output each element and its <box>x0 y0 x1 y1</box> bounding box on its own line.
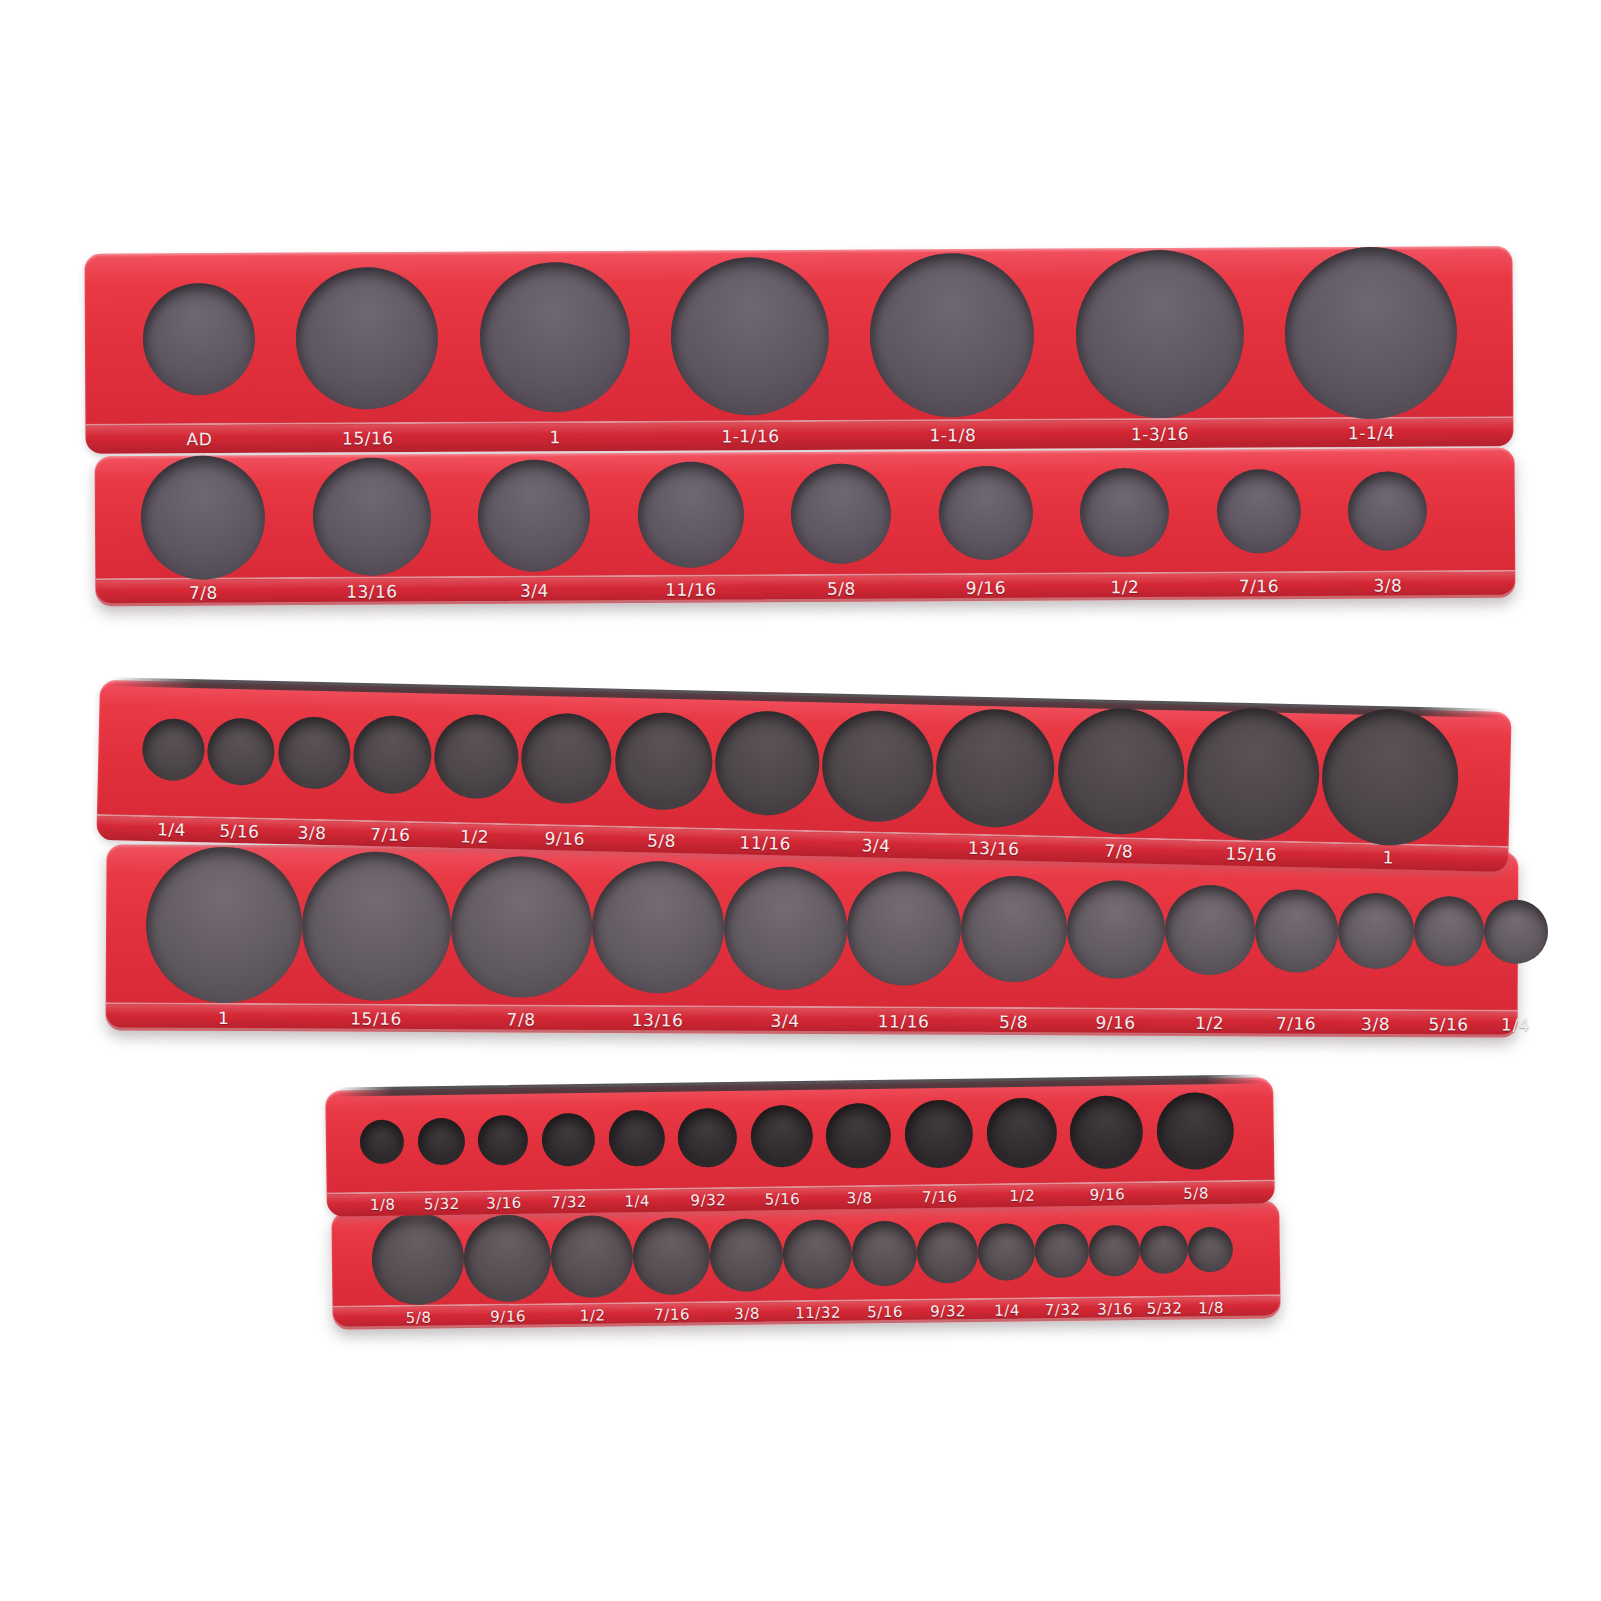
size-label: 1/8 <box>1198 1299 1224 1317</box>
socket-slot: 1-1/4 <box>1284 247 1457 420</box>
size-label: 7/16 <box>370 825 411 844</box>
size-label: 1/2 <box>1110 578 1139 596</box>
socket-slot: 1 <box>1321 708 1460 847</box>
socket-slot: 1/4 <box>141 681 206 818</box>
size-label: 1 <box>1382 848 1394 866</box>
socket-slot: 5/8 <box>371 1210 464 1307</box>
socket-slot: 1/2 <box>433 688 520 826</box>
socket-slot: 1-1/16 <box>670 250 829 423</box>
socket-slot: 9/16 <box>938 451 1033 576</box>
socket-hole-5-16 <box>851 1220 917 1286</box>
socket-hole-7-8 <box>1056 707 1185 836</box>
socket-hole-11-16 <box>714 710 820 816</box>
socket-slot: 5/16 <box>750 1084 813 1189</box>
size-label: 3/8 <box>847 1189 873 1207</box>
socket-tray-small-bottom-row: 5/89/161/27/163/811/325/169/321/47/323/1… <box>331 1200 1280 1330</box>
size-label: 5/16 <box>765 1190 801 1208</box>
socket-tray-large-top-row: AD15/1611-1/161-1/81-3/161-1/4 <box>84 246 1513 453</box>
socket-hole-5-8 <box>961 876 1068 983</box>
socket-slot: 7/32 <box>1034 1203 1089 1300</box>
size-label: 15/16 <box>350 1010 402 1028</box>
socket-slot: 5/16 <box>851 1205 917 1302</box>
socket-hole-7-16 <box>904 1100 973 1169</box>
socket-hole-3-4 <box>724 866 848 990</box>
socket-slot: 1/2 <box>550 1208 633 1305</box>
socket-hole-7-16 <box>352 715 432 795</box>
socket-hole-1-4 <box>142 718 205 781</box>
socket-slot: 3/8 <box>709 1206 783 1303</box>
socket-slot: 1/2 <box>1080 450 1170 575</box>
size-label: 9/16 <box>966 579 1006 597</box>
size-label: 5/8 <box>406 1309 432 1327</box>
size-label: 13/16 <box>632 1011 684 1029</box>
socket-slot: 3/8 <box>825 1083 891 1188</box>
socket-slot: 1/8 <box>359 1090 404 1195</box>
size-label: 13/16 <box>346 582 398 600</box>
socket-slot: 13/16 <box>312 454 431 579</box>
socket-hole-5-16 <box>1414 896 1484 966</box>
socket-slot: 5/8 <box>1156 1078 1234 1183</box>
socket-hole-5-8 <box>1156 1091 1234 1169</box>
socket-hole-1-4 <box>978 1223 1036 1281</box>
socket-hole-1-3-16 <box>1075 250 1244 419</box>
size-label: 1-1/8 <box>929 426 976 444</box>
size-label: 1 <box>218 1009 229 1027</box>
size-label: 1-1/4 <box>1348 424 1395 442</box>
socket-slot: 15/16 <box>302 845 452 1006</box>
socket-hole-1-2 <box>1165 885 1255 975</box>
socket-tray-large-bottom-row: 7/813/163/411/165/89/161/27/163/8 <box>95 448 1516 607</box>
socket-slot: 15/16 <box>1185 705 1320 844</box>
socket-hole-9-32 <box>678 1107 738 1167</box>
size-label: 5/16 <box>219 822 260 841</box>
socket-hole-13-16 <box>935 708 1056 829</box>
socket-slot: 5/16 <box>1414 851 1485 1011</box>
socket-hole-9-16 <box>938 466 1033 561</box>
socket-tray-medium-top-row: 1/45/163/87/161/29/165/811/163/413/167/8… <box>96 680 1511 872</box>
socket-slot: 3/8 <box>1348 448 1428 572</box>
socket-hole-7-8 <box>451 856 593 998</box>
socket-hole-1 <box>1321 708 1460 847</box>
size-label: 7/16 <box>1239 577 1279 595</box>
socket-hole-1-1-8 <box>870 253 1035 418</box>
socket-hole-7-32 <box>541 1112 595 1166</box>
socket-hole-5-16 <box>207 717 276 786</box>
socket-hole-1-2 <box>550 1215 633 1298</box>
socket-hole-7-16 <box>1255 889 1338 972</box>
size-label: 7/8 <box>189 584 218 602</box>
size-label: 1/4 <box>1501 1016 1530 1034</box>
size-label: 9/32 <box>690 1191 726 1209</box>
socket-slot: 1-3/16 <box>1075 248 1244 421</box>
socket-slot: AD <box>142 253 255 426</box>
socket-hole-3-8 <box>1348 471 1427 550</box>
socket-hole-3-8 <box>826 1102 892 1168</box>
socket-hole-7-16 <box>632 1217 710 1295</box>
socket-hole-row: 1/85/323/167/321/49/325/163/87/161/29/16… <box>325 1077 1275 1216</box>
product-photo-socket-organizers: AD15/1611-1/161-1/81-3/161-1/47/813/163/… <box>0 0 1601 1601</box>
socket-hole-1-2 <box>433 714 519 800</box>
socket-slot: 3/16 <box>1088 1202 1140 1299</box>
socket-slot: 13/16 <box>592 847 725 1008</box>
socket-slot: 7/16 <box>1216 449 1301 574</box>
socket-slot: 1 <box>146 845 303 1006</box>
socket-slot: 3/4 <box>724 848 848 1009</box>
size-label: 9/16 <box>544 829 585 848</box>
size-label: 5/32 <box>1147 1299 1183 1317</box>
size-label: 3/8 <box>1373 576 1402 594</box>
socket-hole-9-32 <box>916 1221 978 1283</box>
socket-slot: 7/16 <box>632 1207 710 1304</box>
socket-hole-5-32 <box>417 1117 465 1165</box>
size-label: 7/16 <box>1276 1014 1316 1032</box>
size-label: 13/16 <box>968 839 1020 858</box>
socket-hole-1-1-16 <box>670 257 829 416</box>
socket-slot: 7/32 <box>541 1087 595 1192</box>
socket-hole-9-16 <box>463 1214 551 1302</box>
socket-tray-medium-bottom-row: 115/167/813/163/411/165/89/161/27/163/85… <box>106 844 1519 1037</box>
size-label: 5/32 <box>424 1195 460 1213</box>
size-label: 1-1/16 <box>721 427 779 445</box>
size-label: 9/16 <box>1089 1185 1125 1203</box>
size-label: 3/8 <box>1361 1015 1390 1033</box>
socket-hole-11-16 <box>637 461 744 568</box>
size-label: 9/32 <box>930 1302 966 1320</box>
size-label: 3/8 <box>734 1305 760 1323</box>
size-label: 5/16 <box>1428 1015 1468 1033</box>
socket-hole-row: 7/813/163/411/165/89/161/27/163/8 <box>95 448 1516 607</box>
socket-slot: 7/8 <box>1056 702 1185 841</box>
socket-slot: 5/8 <box>613 692 713 830</box>
size-label: 11/32 <box>795 1304 841 1323</box>
size-label: 7/32 <box>1045 1301 1081 1319</box>
socket-hole-1-8 <box>360 1120 405 1165</box>
socket-slot: 1-1/8 <box>870 249 1035 422</box>
socket-slot: 9/16 <box>463 1209 551 1306</box>
size-label: 5/8 <box>999 1013 1028 1031</box>
socket-slot: 13/16 <box>935 699 1056 838</box>
size-label: 1-3/16 <box>1131 425 1189 443</box>
size-label: 7/8 <box>507 1010 536 1028</box>
socket-hole-5-8 <box>614 711 713 810</box>
socket-slot: 9/16 <box>520 690 613 828</box>
size-label: 3/4 <box>520 582 549 600</box>
socket-hole-row: AD15/1611-1/161-1/81-3/161-1/4 <box>84 246 1513 453</box>
socket-hole-3-4 <box>821 709 934 822</box>
socket-hole-11-32 <box>782 1219 852 1289</box>
socket-slot: 1/4 <box>977 1203 1035 1300</box>
size-label: 1 <box>549 428 560 446</box>
size-label: AD <box>187 430 213 448</box>
socket-slot: 3/8 <box>276 684 351 822</box>
socket-slot: 7/16 <box>904 1082 973 1187</box>
size-label: 7/16 <box>922 1188 958 1206</box>
size-label: 1/4 <box>624 1192 650 1210</box>
size-label: 11/16 <box>878 1012 930 1030</box>
socket-slot: 1/4 <box>1484 852 1549 1012</box>
socket-slot: 5/32 <box>1139 1201 1188 1298</box>
socket-hole-row: 1/45/163/87/161/29/165/811/163/413/167/8… <box>96 680 1511 872</box>
size-label: 7/16 <box>654 1305 690 1323</box>
socket-hole-7-8 <box>141 455 266 580</box>
socket-slot: 11/16 <box>847 848 962 1009</box>
socket-slot: 5/16 <box>206 682 276 819</box>
size-label: 15/16 <box>1225 845 1277 864</box>
size-label: 15/16 <box>342 429 394 447</box>
size-label: 1/8 <box>370 1196 396 1214</box>
socket-hole-5-16 <box>750 1105 813 1168</box>
socket-slot: 3/4 <box>821 696 935 834</box>
socket-hole-5-32 <box>1140 1225 1189 1274</box>
socket-tray-small-top-row: 1/85/323/167/321/49/325/163/87/161/29/16… <box>325 1077 1275 1216</box>
socket-hole-1-8 <box>1188 1226 1234 1272</box>
size-label: 1/2 <box>1009 1187 1035 1205</box>
socket-hole-1-4 <box>608 1110 665 1167</box>
size-label: 3/8 <box>297 824 326 843</box>
socket-hole-3-8 <box>709 1218 783 1292</box>
size-label: 9/16 <box>490 1307 526 1325</box>
size-label: 11/16 <box>665 581 717 599</box>
socket-hole-3-8 <box>277 716 351 790</box>
socket-hole-5-8 <box>791 463 892 564</box>
size-label: 1/4 <box>157 820 186 839</box>
size-label: 5/8 <box>647 831 676 850</box>
socket-hole-13-16 <box>312 457 431 576</box>
socket-slot: 1/4 <box>608 1086 665 1191</box>
socket-hole-1-4 <box>1484 900 1548 964</box>
socket-hole-1-2 <box>986 1097 1057 1168</box>
socket-hole-15-16 <box>1185 707 1320 842</box>
size-label: 1/4 <box>994 1301 1020 1319</box>
size-label: 9/16 <box>1095 1013 1135 1031</box>
socket-slot: 3/4 <box>478 453 591 578</box>
socket-hole-1 <box>479 262 630 413</box>
socket-hole-5-8 <box>371 1212 464 1305</box>
socket-slot: 7/8 <box>451 846 593 1007</box>
size-label: 3/4 <box>861 836 890 855</box>
socket-hole-3-8 <box>1338 893 1414 969</box>
socket-slot: 1/2 <box>986 1080 1057 1185</box>
socket-slot: 11/16 <box>714 694 821 832</box>
size-label: 3/4 <box>771 1012 800 1030</box>
socket-slot: 7/16 <box>352 686 433 824</box>
socket-hole-9-16 <box>1070 1095 1144 1169</box>
socket-hole-13-16 <box>592 861 725 994</box>
socket-hole-11-16 <box>847 871 962 986</box>
socket-slot: 9/16 <box>1067 849 1166 1010</box>
socket-hole-1 <box>146 847 303 1004</box>
socket-slot: 1 <box>479 251 630 424</box>
size-label: 1/2 <box>580 1306 606 1324</box>
socket-slot: 1/2 <box>1165 850 1256 1010</box>
socket-slot: 5/8 <box>791 451 892 576</box>
socket-slot: 5/32 <box>417 1089 465 1194</box>
socket-slot: 11/32 <box>782 1205 852 1302</box>
socket-slot: 9/16 <box>1069 1079 1143 1184</box>
size-label: 3/16 <box>486 1194 522 1212</box>
socket-hole-1-1-4 <box>1284 247 1457 420</box>
size-label: 7/32 <box>551 1193 587 1211</box>
socket-hole-AD <box>143 283 256 396</box>
socket-hole-7-16 <box>1216 469 1301 554</box>
size-label: 11/16 <box>739 834 791 853</box>
size-label: 7/8 <box>1104 842 1133 861</box>
size-label: 5/8 <box>827 580 856 598</box>
size-label: 1/2 <box>1195 1014 1224 1032</box>
socket-hole-7-32 <box>1035 1224 1090 1279</box>
socket-slot: 3/16 <box>477 1088 528 1193</box>
socket-hole-row: 115/167/813/163/411/165/89/161/27/163/85… <box>106 844 1519 1037</box>
socket-hole-3-16 <box>478 1115 529 1166</box>
socket-slot: 9/32 <box>677 1085 737 1190</box>
socket-hole-15-16 <box>302 851 452 1001</box>
socket-hole-3-4 <box>478 459 591 572</box>
socket-hole-row: 5/89/161/27/163/811/325/169/321/47/323/1… <box>331 1200 1280 1330</box>
socket-hole-9-16 <box>1067 880 1166 979</box>
size-label: 5/16 <box>867 1303 903 1321</box>
socket-slot: 3/8 <box>1338 851 1415 1011</box>
size-label: 5/8 <box>1183 1184 1209 1202</box>
socket-slot: 15/16 <box>296 252 439 425</box>
socket-slot: 11/16 <box>637 452 744 577</box>
socket-hole-15-16 <box>296 267 439 410</box>
socket-hole-1-2 <box>1080 467 1170 557</box>
size-label: 3/16 <box>1097 1300 1133 1318</box>
socket-slot: 7/8 <box>141 455 266 580</box>
size-label: 1/2 <box>460 827 489 846</box>
socket-slot: 7/16 <box>1255 850 1339 1010</box>
socket-hole-3-16 <box>1089 1224 1141 1276</box>
socket-slot: 5/8 <box>961 849 1068 1010</box>
socket-slot: 1/8 <box>1187 1201 1233 1298</box>
socket-slot: 9/32 <box>916 1204 978 1301</box>
socket-hole-9-16 <box>521 713 613 805</box>
